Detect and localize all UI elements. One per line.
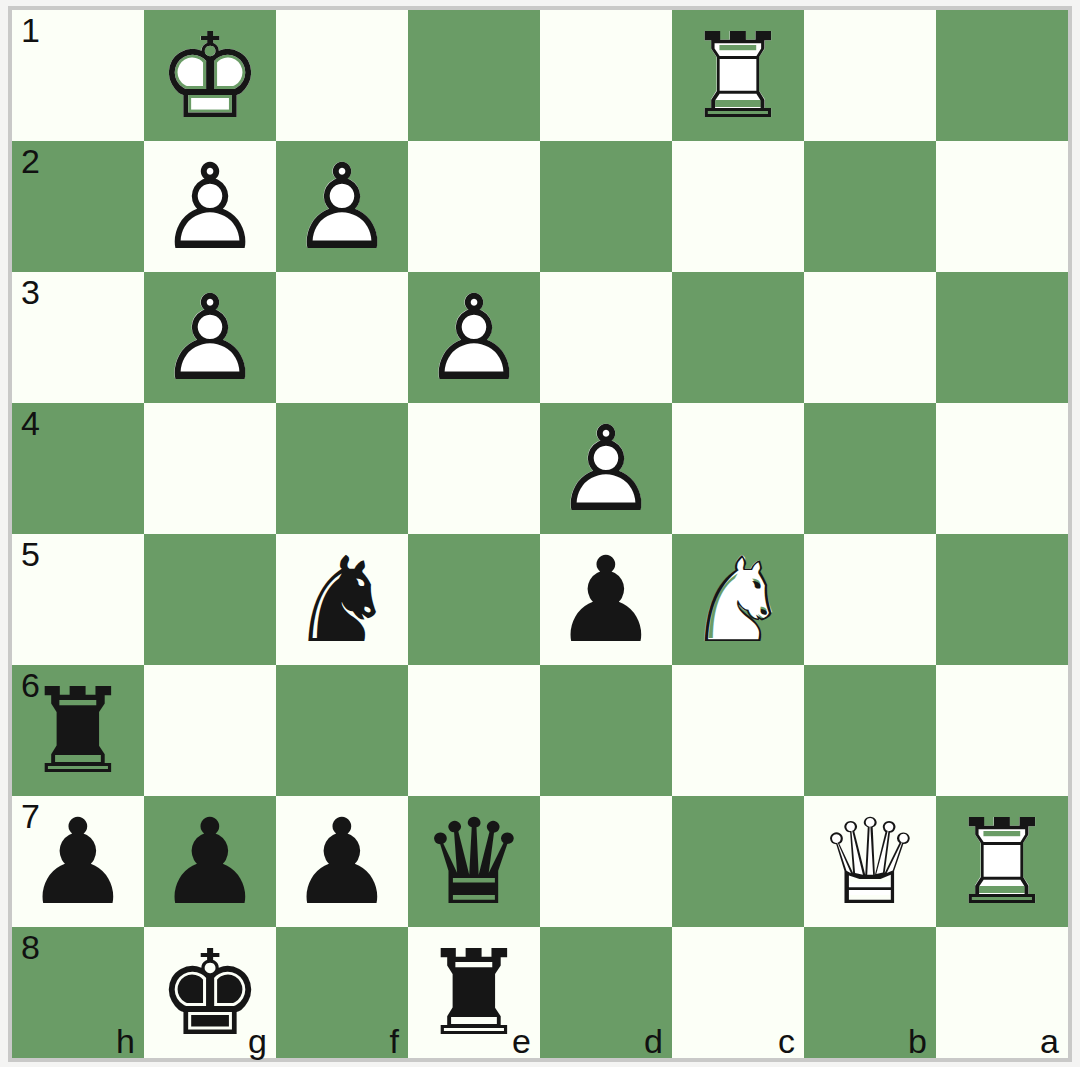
rook-glyph-fill: ♜ bbox=[408, 927, 540, 1058]
square-h4[interactable]: 4 bbox=[12, 403, 144, 534]
piece-black-queen[interactable]: ♛ bbox=[408, 796, 540, 927]
pawn-glyph-fill: ♟ bbox=[276, 796, 408, 927]
square-b3[interactable] bbox=[804, 272, 936, 403]
piece-white-pawn[interactable]: ♟♙ bbox=[144, 272, 276, 403]
square-c3[interactable] bbox=[672, 272, 804, 403]
square-e7[interactable]: ♛ bbox=[408, 796, 540, 927]
file-label-d: d bbox=[644, 1023, 663, 1060]
piece-white-pawn[interactable]: ♟♙ bbox=[540, 403, 672, 534]
queen-glyph-outline: ♕ bbox=[804, 796, 936, 927]
square-h7[interactable]: 7♟ bbox=[12, 796, 144, 927]
rook-glyph-outline: ♖ bbox=[672, 10, 804, 141]
file-label-c: c bbox=[778, 1023, 795, 1060]
square-e2[interactable] bbox=[408, 141, 540, 272]
piece-white-pawn[interactable]: ♟♙ bbox=[408, 272, 540, 403]
square-d4[interactable]: ♟♙ bbox=[540, 403, 672, 534]
square-g7[interactable]: ♟ bbox=[144, 796, 276, 927]
pawn-glyph-outline: ♙ bbox=[276, 141, 408, 272]
square-d7[interactable] bbox=[540, 796, 672, 927]
square-c4[interactable] bbox=[672, 403, 804, 534]
square-g5[interactable] bbox=[144, 534, 276, 665]
piece-black-rook[interactable]: ♜ bbox=[408, 927, 540, 1058]
square-d5[interactable]: ♟ bbox=[540, 534, 672, 665]
piece-black-pawn[interactable]: ♟ bbox=[540, 534, 672, 665]
square-f1[interactable] bbox=[276, 10, 408, 141]
square-f8[interactable]: f bbox=[276, 927, 408, 1058]
square-b5[interactable] bbox=[804, 534, 936, 665]
piece-white-rook[interactable]: ♜♖ bbox=[936, 796, 1068, 927]
square-h2[interactable]: 2 bbox=[12, 141, 144, 272]
square-e5[interactable] bbox=[408, 534, 540, 665]
piece-black-rook[interactable]: ♜ bbox=[12, 665, 144, 796]
rank-label-5: 5 bbox=[21, 536, 40, 573]
square-e4[interactable] bbox=[408, 403, 540, 534]
square-f2[interactable]: ♟♙ bbox=[276, 141, 408, 272]
file-label-a: a bbox=[1040, 1023, 1059, 1060]
piece-black-pawn[interactable]: ♟ bbox=[276, 796, 408, 927]
pawn-glyph-outline: ♙ bbox=[144, 272, 276, 403]
piece-white-knight[interactable]: ♞♘ bbox=[672, 534, 804, 665]
square-d6[interactable] bbox=[540, 665, 672, 796]
file-label-h: h bbox=[116, 1023, 135, 1060]
square-f4[interactable] bbox=[276, 403, 408, 534]
chess-board: 1♚♔♜♖2♟♙♟♙3♟♙♟♙4♟♙5♞♟♞♘6♜7♟♟♟♛♛♕♜♖8hg♚fe… bbox=[12, 10, 1068, 1058]
square-b8[interactable]: b bbox=[804, 927, 936, 1058]
square-c2[interactable] bbox=[672, 141, 804, 272]
pawn-glyph-fill: ♟ bbox=[540, 534, 672, 665]
king-glyph-outline: ♔ bbox=[144, 10, 276, 141]
piece-white-rook[interactable]: ♜♖ bbox=[672, 10, 804, 141]
square-a7[interactable]: ♜♖ bbox=[936, 796, 1068, 927]
piece-black-pawn[interactable]: ♟ bbox=[12, 796, 144, 927]
square-h8[interactable]: 8h bbox=[12, 927, 144, 1058]
square-a1[interactable] bbox=[936, 10, 1068, 141]
rank-label-3: 3 bbox=[21, 274, 40, 311]
square-h5[interactable]: 5 bbox=[12, 534, 144, 665]
square-g8[interactable]: g♚ bbox=[144, 927, 276, 1058]
square-b7[interactable]: ♛♕ bbox=[804, 796, 936, 927]
rank-label-4: 4 bbox=[21, 405, 40, 442]
file-label-f: f bbox=[390, 1023, 399, 1060]
square-b1[interactable] bbox=[804, 10, 936, 141]
square-g6[interactable] bbox=[144, 665, 276, 796]
square-h6[interactable]: 6♜ bbox=[12, 665, 144, 796]
square-a4[interactable] bbox=[936, 403, 1068, 534]
square-f6[interactable] bbox=[276, 665, 408, 796]
square-h3[interactable]: 3 bbox=[12, 272, 144, 403]
square-a5[interactable] bbox=[936, 534, 1068, 665]
square-d2[interactable] bbox=[540, 141, 672, 272]
piece-black-knight[interactable]: ♞ bbox=[276, 534, 408, 665]
square-a2[interactable] bbox=[936, 141, 1068, 272]
piece-black-king[interactable]: ♚ bbox=[144, 927, 276, 1058]
piece-black-pawn[interactable]: ♟ bbox=[144, 796, 276, 927]
square-a6[interactable] bbox=[936, 665, 1068, 796]
chess-board-frame: 1♚♔♜♖2♟♙♟♙3♟♙♟♙4♟♙5♞♟♞♘6♜7♟♟♟♛♛♕♜♖8hg♚fe… bbox=[8, 6, 1072, 1062]
rook-glyph-fill: ♜ bbox=[12, 665, 144, 796]
square-e8[interactable]: e♜ bbox=[408, 927, 540, 1058]
square-e3[interactable]: ♟♙ bbox=[408, 272, 540, 403]
square-c8[interactable]: c bbox=[672, 927, 804, 1058]
square-c7[interactable] bbox=[672, 796, 804, 927]
rank-label-2: 2 bbox=[21, 143, 40, 180]
square-d3[interactable] bbox=[540, 272, 672, 403]
square-g1[interactable]: ♚♔ bbox=[144, 10, 276, 141]
rank-label-8: 8 bbox=[21, 929, 40, 966]
square-g4[interactable] bbox=[144, 403, 276, 534]
pawn-glyph-fill: ♟ bbox=[144, 796, 276, 927]
square-b2[interactable] bbox=[804, 141, 936, 272]
square-e6[interactable] bbox=[408, 665, 540, 796]
piece-white-queen[interactable]: ♛♕ bbox=[804, 796, 936, 927]
square-a3[interactable] bbox=[936, 272, 1068, 403]
square-b4[interactable] bbox=[804, 403, 936, 534]
piece-white-pawn[interactable]: ♟♙ bbox=[144, 141, 276, 272]
rook-glyph-outline: ♖ bbox=[936, 796, 1068, 927]
square-b6[interactable] bbox=[804, 665, 936, 796]
file-label-b: b bbox=[908, 1023, 927, 1060]
pawn-glyph-outline: ♙ bbox=[408, 272, 540, 403]
square-d8[interactable]: d bbox=[540, 927, 672, 1058]
knight-glyph-fill: ♞ bbox=[276, 534, 408, 665]
square-h1[interactable]: 1 bbox=[12, 10, 144, 141]
pawn-glyph-outline: ♙ bbox=[144, 141, 276, 272]
square-f7[interactable]: ♟ bbox=[276, 796, 408, 927]
piece-white-pawn[interactable]: ♟♙ bbox=[276, 141, 408, 272]
square-d1[interactable] bbox=[540, 10, 672, 141]
piece-white-king[interactable]: ♚♔ bbox=[144, 10, 276, 141]
square-c5[interactable]: ♞♘ bbox=[672, 534, 804, 665]
square-f3[interactable] bbox=[276, 272, 408, 403]
square-e1[interactable] bbox=[408, 10, 540, 141]
king-glyph-fill: ♚ bbox=[144, 927, 276, 1058]
rank-label-1: 1 bbox=[21, 12, 40, 49]
pawn-glyph-outline: ♙ bbox=[540, 403, 672, 534]
knight-glyph-outline: ♘ bbox=[672, 534, 804, 665]
square-a8[interactable]: a bbox=[936, 927, 1068, 1058]
queen-glyph-fill: ♛ bbox=[408, 796, 540, 927]
square-f5[interactable]: ♞ bbox=[276, 534, 408, 665]
square-c6[interactable] bbox=[672, 665, 804, 796]
square-c1[interactable]: ♜♖ bbox=[672, 10, 804, 141]
pawn-glyph-fill: ♟ bbox=[12, 796, 144, 927]
square-g2[interactable]: ♟♙ bbox=[144, 141, 276, 272]
square-g3[interactable]: ♟♙ bbox=[144, 272, 276, 403]
